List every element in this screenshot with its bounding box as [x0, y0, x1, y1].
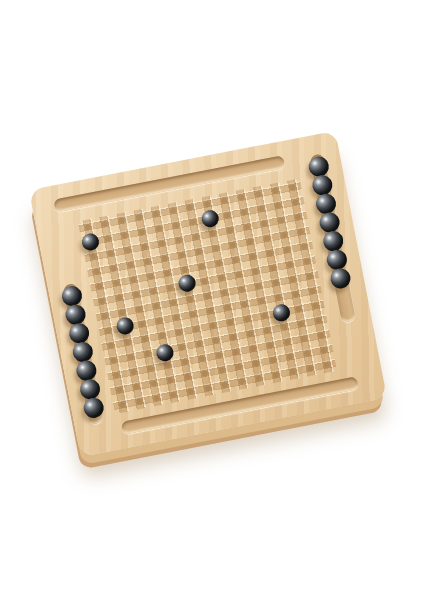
black-ball[interactable] [177, 273, 197, 293]
black-ball[interactable] [272, 303, 292, 323]
tray-ball[interactable] [60, 284, 83, 307]
tray-ball[interactable] [75, 358, 98, 381]
grid-cell [80, 232, 100, 252]
black-ball[interactable] [115, 316, 135, 336]
grid-cell [200, 209, 220, 229]
black-ball[interactable] [200, 209, 220, 229]
grid-cell [115, 316, 135, 336]
tray-ball[interactable] [82, 396, 105, 419]
tray-ball[interactable] [307, 154, 330, 177]
tray-ball[interactable] [78, 377, 101, 400]
grid-cell [155, 343, 175, 363]
grid-cell [177, 273, 197, 293]
tray-ball[interactable] [67, 321, 90, 344]
grid-cell [271, 303, 291, 323]
board-grid[interactable] [78, 178, 337, 414]
game-board [29, 131, 387, 458]
tray-ball[interactable] [64, 302, 87, 325]
black-ball[interactable] [81, 232, 101, 252]
tray-ball[interactable] [71, 340, 94, 363]
tray-ball[interactable] [311, 173, 334, 196]
tray-ball[interactable] [321, 229, 344, 252]
tray-ball[interactable] [318, 210, 341, 233]
tray-ball[interactable] [325, 248, 348, 271]
black-ball[interactable] [155, 343, 175, 363]
photo-background [0, 0, 424, 600]
tray-ball[interactable] [329, 266, 352, 289]
tray-ball[interactable] [314, 192, 337, 215]
